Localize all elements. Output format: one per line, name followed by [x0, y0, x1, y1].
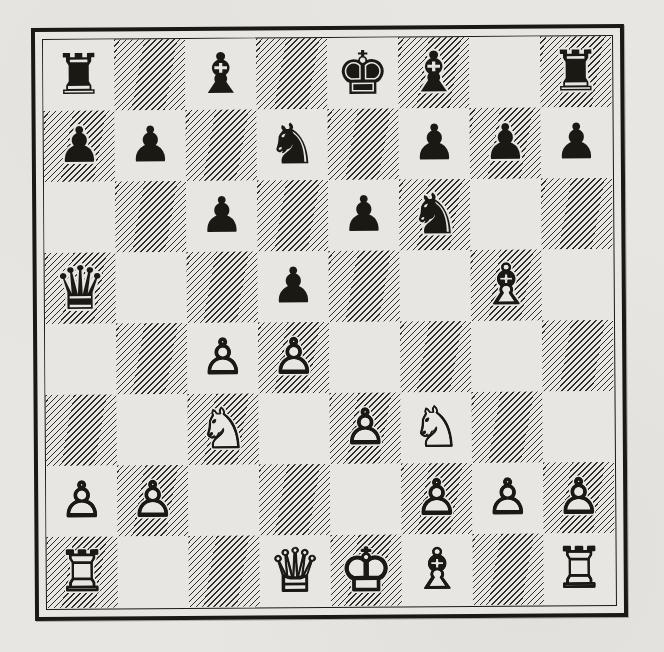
square-e4[interactable]	[329, 322, 400, 393]
piece-outline-glyph: ♗	[412, 536, 463, 601]
square-a8[interactable]: ♜	[43, 39, 114, 110]
square-c4[interactable]: ♟♙	[187, 322, 258, 393]
piece-outline-glyph: ♘	[198, 395, 249, 460]
black-pawn-c6[interactable]: ♟	[200, 191, 244, 240]
square-d6[interactable]	[257, 180, 328, 251]
piece-outline-glyph: ♙	[60, 472, 104, 529]
square-c2[interactable]	[188, 464, 259, 535]
white-pawn-f2[interactable]: ♟♙	[415, 473, 459, 522]
square-b6[interactable]	[115, 181, 186, 252]
white-rook-h1[interactable]: ♜♖	[554, 540, 605, 596]
square-g5[interactable]: ♝♗	[470, 250, 541, 321]
piece-outline-glyph: ♗	[481, 251, 532, 316]
square-h3[interactable]	[542, 391, 613, 462]
square-d1[interactable]: ♛♕	[259, 535, 330, 606]
square-f5[interactable]	[399, 250, 470, 321]
square-c3[interactable]: ♞♘	[187, 393, 258, 464]
white-pawn-d4[interactable]: ♟♙	[272, 332, 316, 381]
square-h7[interactable]: ♟	[541, 107, 612, 178]
black-rook-a8[interactable]: ♜	[53, 46, 104, 102]
square-f8[interactable]: ♝	[398, 37, 469, 108]
piece-outline-glyph: ♙	[557, 468, 601, 525]
black-queen-a5[interactable]: ♛	[53, 257, 107, 317]
black-king-e8[interactable]: ♚	[336, 42, 390, 102]
square-g7[interactable]: ♟	[470, 108, 541, 179]
square-e2[interactable]	[330, 464, 401, 535]
square-c1[interactable]	[188, 535, 259, 606]
square-b2[interactable]: ♟♙	[117, 465, 188, 536]
piece-outline-glyph: ♙	[343, 399, 387, 456]
square-g6[interactable]	[470, 179, 541, 250]
square-g2[interactable]: ♟♙	[472, 463, 543, 534]
square-h2[interactable]: ♟♙	[543, 462, 614, 533]
white-king-e1[interactable]: ♚♔	[339, 539, 393, 599]
square-a1[interactable]: ♜♖	[46, 536, 117, 607]
square-h4[interactable]	[542, 320, 613, 391]
black-bishop-c8[interactable]: ♝	[195, 45, 246, 101]
piece-outline-glyph: ♖	[57, 538, 108, 603]
square-e5[interactable]	[329, 251, 400, 322]
square-f2[interactable]: ♟♙	[401, 463, 472, 534]
white-pawn-c4[interactable]: ♟♙	[201, 333, 245, 382]
square-c7[interactable]	[186, 110, 257, 181]
white-pawn-g2[interactable]: ♟♙	[486, 473, 530, 522]
piece-outline-glyph: ♕	[268, 535, 322, 605]
piece-outline-glyph: ♙	[201, 329, 245, 386]
square-f3[interactable]: ♞♘	[400, 392, 471, 463]
white-pawn-h2[interactable]: ♟♙	[557, 472, 601, 521]
square-b7[interactable]: ♟	[115, 110, 186, 181]
black-knight-f6[interactable]: ♞	[409, 186, 460, 242]
black-knight-d7[interactable]: ♞	[267, 116, 318, 172]
square-e6[interactable]: ♟	[328, 180, 399, 251]
piece-outline-glyph: ♙	[272, 328, 316, 385]
piece-outline-glyph: ♘	[411, 394, 462, 459]
black-pawn-h7[interactable]: ♟	[554, 117, 598, 166]
square-g8[interactable]	[469, 37, 540, 108]
square-d2[interactable]	[259, 464, 330, 535]
square-a4[interactable]	[45, 323, 116, 394]
white-bishop-g5[interactable]: ♝♗	[481, 256, 532, 312]
square-a7[interactable]: ♟	[44, 110, 115, 181]
board-border: ♜♝♚♝♜♟♟♞♟♟♟♟♟♞♛♟♝♗♟♙♟♙♞♘♟♙♞♘♟♙♟♙♟♙♟♙♟♙♜♖…	[42, 35, 617, 610]
square-c5[interactable]	[187, 252, 258, 323]
black-rook-h8[interactable]: ♜	[550, 43, 601, 99]
square-g4[interactable]	[471, 321, 542, 392]
square-e7[interactable]	[328, 109, 399, 180]
black-pawn-a7[interactable]: ♟	[57, 121, 101, 170]
black-pawn-d5[interactable]: ♟	[271, 261, 315, 310]
square-c6[interactable]: ♟	[186, 181, 257, 252]
black-bishop-f8[interactable]: ♝	[408, 44, 459, 100]
square-e3[interactable]: ♟♙	[329, 393, 400, 464]
square-g3[interactable]	[471, 392, 542, 463]
black-pawn-g7[interactable]: ♟	[483, 118, 527, 167]
black-pawn-e6[interactable]: ♟	[342, 190, 386, 239]
board-grid: ♜♝♚♝♜♟♟♞♟♟♟♟♟♞♛♟♝♗♟♙♟♙♞♘♟♙♞♘♟♙♟♙♟♙♟♙♟♙♜♖…	[43, 36, 616, 608]
chessboard: ♜♝♚♝♜♟♟♞♟♟♟♟♟♞♛♟♝♗♟♙♟♙♞♘♟♙♞♘♟♙♟♙♟♙♟♙♟♙♜♖…	[31, 24, 628, 621]
white-pawn-b2[interactable]: ♟♙	[131, 475, 175, 524]
piece-outline-glyph: ♙	[415, 469, 459, 526]
square-d7[interactable]: ♞	[257, 109, 328, 180]
square-b1[interactable]	[117, 536, 188, 607]
black-pawn-f7[interactable]: ♟	[412, 118, 456, 167]
piece-outline-glyph: ♔	[339, 534, 393, 604]
square-h5[interactable]	[541, 249, 612, 320]
black-pawn-b7[interactable]: ♟	[128, 120, 172, 169]
square-f7[interactable]: ♟	[399, 108, 470, 179]
square-d4[interactable]: ♟♙	[258, 322, 329, 393]
piece-outline-glyph: ♖	[554, 535, 605, 600]
square-b4[interactable]	[116, 323, 187, 394]
paper-background: ♜♝♚♝♜♟♟♞♟♟♟♟♟♞♛♟♝♗♟♙♟♙♞♘♟♙♞♘♟♙♟♙♟♙♟♙♟♙♜♖…	[0, 0, 664, 652]
square-b5[interactable]	[116, 252, 187, 323]
white-pawn-e3[interactable]: ♟♙	[343, 403, 387, 452]
square-a5[interactable]: ♛	[45, 252, 116, 323]
white-rook-a1[interactable]: ♜♖	[57, 543, 108, 599]
square-d8[interactable]	[256, 38, 327, 109]
square-b8[interactable]	[114, 39, 185, 110]
square-d3[interactable]	[258, 393, 329, 464]
square-a6[interactable]	[44, 181, 115, 252]
piece-outline-glyph: ♙	[131, 471, 175, 528]
square-c8[interactable]: ♝	[185, 39, 256, 110]
piece-outline-glyph: ♙	[486, 469, 530, 526]
square-f1[interactable]: ♝♗	[401, 534, 472, 605]
white-bishop-f1[interactable]: ♝♗	[412, 541, 463, 597]
white-knight-c3[interactable]: ♞♘	[198, 400, 249, 456]
white-queen-d1[interactable]: ♛♕	[268, 540, 322, 600]
square-e1[interactable]: ♚♔	[330, 535, 401, 606]
square-h6[interactable]	[541, 178, 612, 249]
square-e8[interactable]: ♚	[327, 38, 398, 109]
square-b3[interactable]	[116, 394, 187, 465]
square-g1[interactable]	[472, 534, 543, 605]
square-a3[interactable]	[45, 394, 116, 465]
square-f6[interactable]: ♞	[399, 179, 470, 250]
square-a2[interactable]: ♟♙	[46, 465, 117, 536]
white-pawn-a2[interactable]: ♟♙	[60, 476, 104, 525]
square-h8[interactable]: ♜	[540, 36, 611, 107]
white-knight-f3[interactable]: ♞♘	[411, 399, 462, 455]
square-h1[interactable]: ♜♖	[543, 533, 614, 604]
square-f4[interactable]	[400, 321, 471, 392]
square-d5[interactable]: ♟	[258, 251, 329, 322]
